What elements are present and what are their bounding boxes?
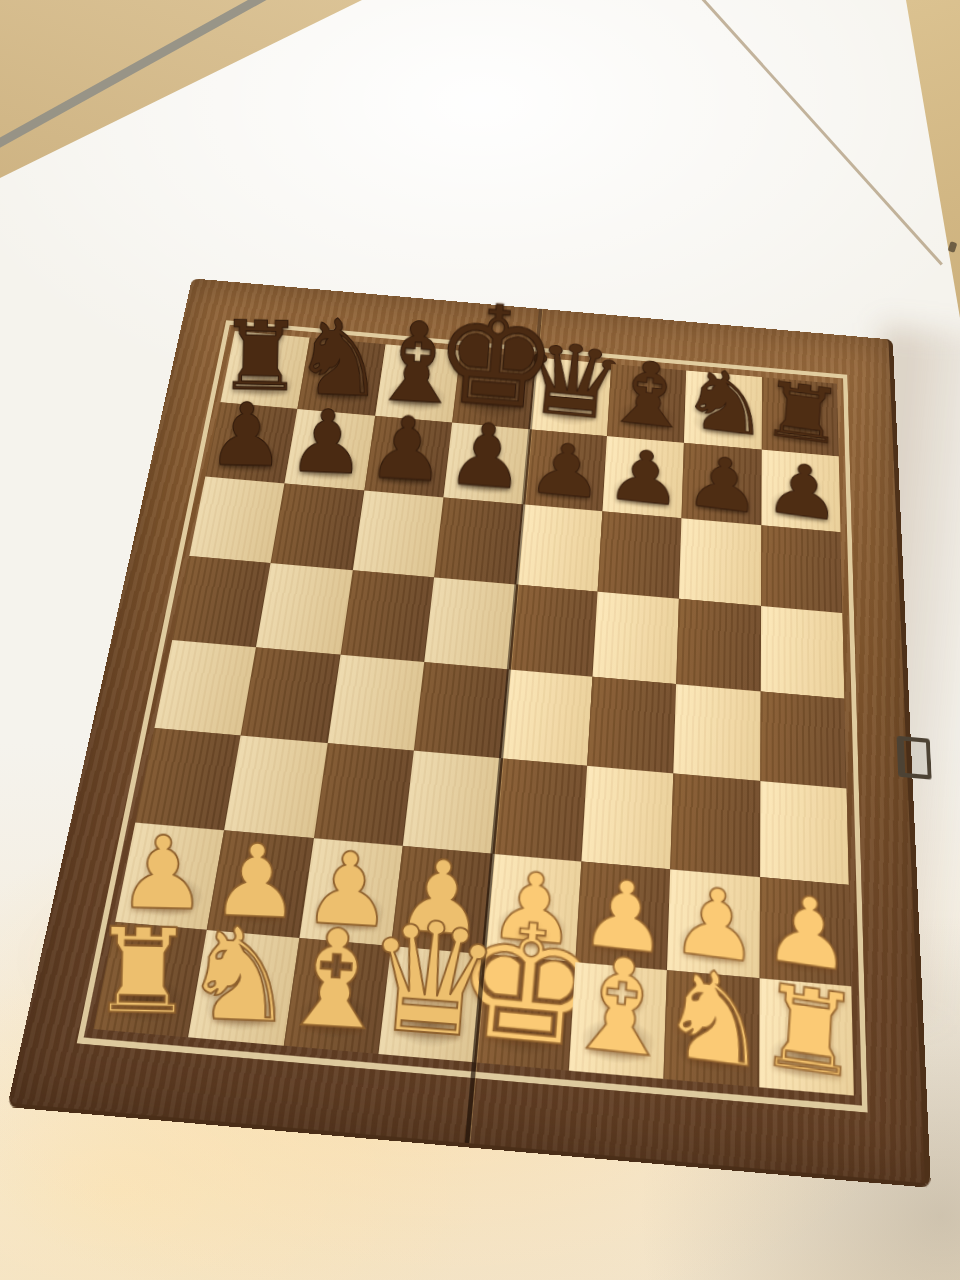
black-knight-shadow	[307, 372, 373, 408]
white-pawn-shadow	[768, 926, 841, 976]
square-g2: ♟	[667, 869, 759, 979]
square-b5	[256, 563, 352, 654]
square-c4	[327, 654, 424, 751]
square-a1: ♜	[93, 922, 207, 1037]
white-rook-shadow	[105, 974, 189, 1026]
square-c1: ♝	[284, 938, 392, 1054]
white-pawn-shadow	[493, 902, 569, 951]
white-bishop-shadow	[579, 1015, 656, 1068]
perspective-wrapper: ♜♞♝♚♛♝♞♜♟♟♟♟♟♟♟♟♟♟♟♟♟♟♟♟♜♞♝♛♚♝♞♜	[0, 78, 960, 1257]
square-g7: ♟	[682, 443, 762, 526]
square-h7: ♟	[761, 449, 840, 532]
square-b4	[241, 647, 340, 743]
white-pawn-shadow	[585, 910, 660, 959]
square-g8: ♞	[684, 371, 762, 450]
black-king-shadow	[461, 386, 525, 422]
black-pawn-shadow	[452, 459, 518, 497]
square-a6	[189, 477, 284, 563]
board-tilt: ♜♞♝♚♛♝♞♜♟♟♟♟♟♟♟♟♟♟♟♟♟♟♟♟♜♞♝♛♚♝♞♜	[7, 278, 931, 1188]
black-pawn-shadow	[373, 452, 440, 489]
square-g5	[676, 599, 760, 691]
square-d1: ♛	[379, 947, 484, 1063]
photo: ♜♞♝♚♛♝♞♜♟♟♟♟♟♟♟♟♟♟♟♟♟♟♟♟♜♞♝♛♚♝♞♜	[0, 0, 960, 1280]
black-pawn-shadow	[690, 479, 754, 517]
square-a4	[154, 639, 256, 735]
black-queen-shadow	[538, 392, 602, 428]
square-a5	[172, 556, 271, 647]
black-rook-shadow	[230, 366, 297, 401]
square-f5	[592, 592, 679, 684]
clasp-latch	[897, 736, 932, 780]
square-c2: ♟	[299, 838, 403, 947]
square-h1: ♜	[759, 979, 854, 1096]
black-pawn-shadow	[215, 438, 284, 475]
square-h4	[760, 691, 847, 789]
square-d4	[414, 662, 508, 759]
board-frame: ♜♞♝♚♛♝♞♜♟♟♟♟♟♟♟♟♟♟♟♟♟♟♟♟♜♞♝♛♚♝♞♜	[7, 278, 931, 1188]
square-f1: ♝	[569, 963, 668, 1079]
white-pawn: ♟	[485, 860, 581, 958]
square-c5	[340, 570, 434, 661]
white-pawn-shadow	[677, 918, 751, 968]
black-bishop-shadow	[384, 379, 449, 415]
square-d2: ♟	[391, 846, 492, 955]
square-h2: ♟	[759, 877, 851, 987]
square-f2: ♟	[575, 861, 670, 970]
chessboard-scene: ♜♞♝♚♛♝♞♜♟♟♟♟♟♟♟♟♟♟♟♟♟♟♟♟♜♞♝♛♚♝♞♜	[0, 78, 960, 1257]
square-e7: ♟	[523, 429, 607, 512]
square-g6	[679, 518, 761, 605]
square-e5	[508, 584, 597, 676]
black-pawn-shadow	[531, 466, 596, 504]
square-d5	[424, 577, 515, 669]
square-a2: ♟	[115, 822, 224, 930]
square-h6	[761, 525, 843, 613]
white-knight-shadow	[674, 1023, 750, 1076]
square-c7: ♟	[364, 415, 452, 497]
square-d7: ♟	[444, 422, 530, 504]
square-b8: ♞	[298, 338, 386, 416]
white-pawn: ♟	[760, 882, 854, 985]
square-f6	[598, 512, 682, 599]
square-c6	[353, 491, 444, 578]
square-a8: ♜	[220, 331, 310, 409]
square-c8: ♝	[375, 344, 461, 422]
square-e6	[516, 505, 602, 592]
square-f4	[587, 676, 676, 773]
black-pawn-shadow	[294, 445, 362, 482]
square-b2: ♟	[207, 830, 314, 938]
black-rook-shadow	[769, 412, 831, 448]
white-pawn-shadow	[401, 895, 478, 944]
white-queen-shadow	[389, 999, 469, 1051]
square-e8: ♛	[530, 357, 612, 435]
square-d8: ♚	[452, 351, 536, 429]
black-rook: ♜	[757, 372, 846, 455]
white-pawn-shadow	[126, 871, 207, 920]
white-bishop-shadow	[295, 990, 376, 1042]
square-a7: ♟	[205, 402, 297, 484]
white-rook-shadow	[768, 1031, 844, 1084]
square-d3	[403, 751, 501, 854]
square-d6	[434, 498, 523, 585]
square-f8: ♝	[607, 364, 687, 443]
square-g1: ♞	[664, 971, 759, 1088]
square-g3	[670, 774, 760, 877]
square-g4	[674, 684, 761, 782]
square-b6	[271, 484, 364, 570]
white-pawn-shadow	[310, 887, 389, 936]
black-pawn-shadow	[769, 486, 832, 524]
square-h3	[760, 781, 849, 885]
white-knight-shadow	[200, 982, 283, 1034]
square-h5	[760, 606, 844, 698]
square-e1: ♚	[474, 955, 576, 1071]
black-pawn-shadow	[611, 473, 675, 511]
square-h8: ♜	[761, 377, 838, 456]
square-b7: ♟	[285, 409, 375, 491]
white-pawn-shadow	[218, 879, 298, 928]
square-b1: ♞	[188, 930, 299, 1045]
white-king-shadow	[484, 1007, 563, 1059]
square-e2: ♟	[483, 853, 581, 962]
square-e4	[500, 669, 592, 766]
square-f7: ♟	[602, 436, 684, 519]
